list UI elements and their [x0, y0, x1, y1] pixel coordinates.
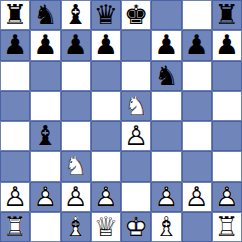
square-g7[interactable]: ♟ [182, 30, 212, 60]
black-piece-glyph: ♝ [30, 121, 60, 151]
black-piece-glyph: ♟ [151, 30, 181, 60]
square-a3[interactable] [0, 151, 30, 181]
piece-black-pawn-b7[interactable]: ♟ [30, 30, 60, 60]
square-b6[interactable] [30, 61, 60, 91]
square-h3[interactable] [212, 151, 242, 181]
piece-white-bishop-c1[interactable]: ♝♗ [61, 212, 91, 242]
piece-white-pawn-h2[interactable]: ♟♙ [212, 182, 242, 212]
white-piece-outline: ♗ [151, 212, 181, 242]
black-piece-glyph: ♚ [121, 0, 151, 30]
white-piece-outline: ♖ [0, 212, 30, 242]
square-g5[interactable] [182, 91, 212, 121]
piece-black-rook-h8[interactable]: ♜ [212, 0, 242, 30]
square-a7[interactable]: ♟ [0, 30, 30, 60]
piece-white-pawn-e4[interactable]: ♟♙ [121, 121, 151, 151]
piece-white-pawn-f2[interactable]: ♟♙ [151, 182, 181, 212]
square-c4[interactable] [61, 121, 91, 151]
piece-white-pawn-c2[interactable]: ♟♙ [61, 182, 91, 212]
white-piece-outline: ♗ [61, 212, 91, 242]
square-g3[interactable] [182, 151, 212, 181]
black-piece-glyph: ♟ [30, 30, 60, 60]
square-g8[interactable] [182, 0, 212, 30]
black-piece-glyph: ♜ [0, 0, 30, 30]
piece-black-pawn-c7[interactable]: ♟ [61, 30, 91, 60]
square-a5[interactable] [0, 91, 30, 121]
piece-black-queen-d8[interactable]: ♛ [91, 0, 121, 30]
square-f2[interactable]: ♟♙ [151, 182, 181, 212]
white-piece-outline: ♙ [30, 182, 60, 212]
square-c2[interactable]: ♟♙ [61, 182, 91, 212]
square-h6[interactable] [212, 61, 242, 91]
black-piece-glyph: ♟ [0, 30, 30, 60]
white-piece-outline: ♙ [61, 182, 91, 212]
square-e8[interactable]: ♚ [121, 0, 151, 30]
square-d5[interactable] [91, 91, 121, 121]
piece-white-rook-h1[interactable]: ♜♖ [212, 212, 242, 242]
square-d7[interactable]: ♟ [91, 30, 121, 60]
square-f1[interactable]: ♝♗ [151, 212, 181, 242]
square-h2[interactable]: ♟♙ [212, 182, 242, 212]
square-e4[interactable]: ♟♙ [121, 121, 151, 151]
square-a1[interactable]: ♜♖ [0, 212, 30, 242]
square-g2[interactable]: ♟♙ [182, 182, 212, 212]
piece-black-rook-a8[interactable]: ♜ [0, 0, 30, 30]
piece-black-bishop-b4[interactable]: ♝ [30, 121, 60, 151]
white-piece-outline: ♘ [121, 91, 151, 121]
black-piece-glyph: ♛ [91, 0, 121, 30]
square-c7[interactable]: ♟ [61, 30, 91, 60]
black-piece-glyph: ♟ [61, 30, 91, 60]
black-piece-glyph: ♟ [91, 30, 121, 60]
square-h5[interactable] [212, 91, 242, 121]
piece-black-pawn-a7[interactable]: ♟ [0, 30, 30, 60]
square-d1[interactable]: ♛♕ [91, 212, 121, 242]
piece-black-pawn-g7[interactable]: ♟ [182, 30, 212, 60]
black-piece-glyph: ♟ [182, 30, 212, 60]
square-h4[interactable] [212, 121, 242, 151]
square-b1[interactable] [30, 212, 60, 242]
square-c3[interactable]: ♞♘ [61, 151, 91, 181]
black-piece-glyph: ♝ [61, 0, 91, 30]
square-a8[interactable]: ♜ [0, 0, 30, 30]
square-c5[interactable] [61, 91, 91, 121]
piece-white-pawn-b2[interactable]: ♟♙ [30, 182, 60, 212]
square-b7[interactable]: ♟ [30, 30, 60, 60]
square-f4[interactable] [151, 121, 181, 151]
square-e3[interactable] [121, 151, 151, 181]
white-piece-outline: ♙ [182, 182, 212, 212]
piece-white-pawn-d2[interactable]: ♟♙ [91, 182, 121, 212]
square-d6[interactable] [91, 61, 121, 91]
square-c6[interactable] [61, 61, 91, 91]
square-h8[interactable]: ♜ [212, 0, 242, 30]
piece-black-pawn-d7[interactable]: ♟ [91, 30, 121, 60]
square-a6[interactable] [0, 61, 30, 91]
piece-white-pawn-a2[interactable]: ♟♙ [0, 182, 30, 212]
square-d2[interactable]: ♟♙ [91, 182, 121, 212]
square-e1[interactable]: ♚♔ [121, 212, 151, 242]
piece-black-king-e8[interactable]: ♚ [121, 0, 151, 30]
white-piece-outline: ♕ [91, 212, 121, 242]
piece-black-pawn-h7[interactable]: ♟ [212, 30, 242, 60]
piece-black-knight-b8[interactable]: ♞ [30, 0, 60, 30]
square-c8[interactable]: ♝ [61, 0, 91, 30]
white-piece-outline: ♙ [121, 121, 151, 151]
square-b4[interactable]: ♝ [30, 121, 60, 151]
white-piece-outline: ♔ [121, 212, 151, 242]
square-a4[interactable] [0, 121, 30, 151]
square-f3[interactable] [151, 151, 181, 181]
square-b5[interactable] [30, 91, 60, 121]
piece-white-rook-a1[interactable]: ♜♖ [0, 212, 30, 242]
square-e5[interactable]: ♞♘ [121, 91, 151, 121]
square-d3[interactable] [91, 151, 121, 181]
square-b3[interactable] [30, 151, 60, 181]
square-e2[interactable] [121, 182, 151, 212]
white-piece-outline: ♙ [212, 182, 242, 212]
square-e7[interactable] [121, 30, 151, 60]
square-g4[interactable] [182, 121, 212, 151]
square-h7[interactable]: ♟ [212, 30, 242, 60]
square-f5[interactable] [151, 91, 181, 121]
piece-white-king-e1[interactable]: ♚♔ [121, 212, 151, 242]
square-h1[interactable]: ♜♖ [212, 212, 242, 242]
black-piece-glyph: ♞ [151, 61, 181, 91]
piece-black-knight-f6[interactable]: ♞ [151, 61, 181, 91]
square-d8[interactable]: ♛ [91, 0, 121, 30]
white-piece-outline: ♖ [212, 212, 242, 242]
white-piece-outline: ♘ [61, 151, 91, 181]
white-piece-outline: ♙ [151, 182, 181, 212]
black-piece-glyph: ♞ [30, 0, 60, 30]
piece-black-pawn-f7[interactable]: ♟ [151, 30, 181, 60]
square-c1[interactable]: ♝♗ [61, 212, 91, 242]
piece-white-queen-d1[interactable]: ♛♕ [91, 212, 121, 242]
piece-white-knight-e5[interactable]: ♞♘ [121, 91, 151, 121]
piece-white-knight-c3[interactable]: ♞♘ [61, 151, 91, 181]
piece-white-pawn-g2[interactable]: ♟♙ [182, 182, 212, 212]
square-d4[interactable] [91, 121, 121, 151]
square-g1[interactable] [182, 212, 212, 242]
white-piece-outline: ♙ [0, 182, 30, 212]
black-piece-glyph: ♟ [212, 30, 242, 60]
white-piece-outline: ♙ [91, 182, 121, 212]
square-e6[interactable] [121, 61, 151, 91]
black-piece-glyph: ♜ [212, 0, 242, 30]
piece-black-bishop-c8[interactable]: ♝ [61, 0, 91, 30]
square-g6[interactable] [182, 61, 212, 91]
chess-board[interactable]: ♜♞♝♛♚♜♟♟♟♟♟♟♟♞♞♘♝♟♙♞♘♟♙♟♙♟♙♟♙♟♙♟♙♟♙♜♖♝♗♛… [0, 0, 242, 242]
square-b8[interactable]: ♞ [30, 0, 60, 30]
square-f8[interactable] [151, 0, 181, 30]
piece-white-bishop-f1[interactable]: ♝♗ [151, 212, 181, 242]
square-f6[interactable]: ♞ [151, 61, 181, 91]
square-a2[interactable]: ♟♙ [0, 182, 30, 212]
square-b2[interactable]: ♟♙ [30, 182, 60, 212]
square-f7[interactable]: ♟ [151, 30, 181, 60]
